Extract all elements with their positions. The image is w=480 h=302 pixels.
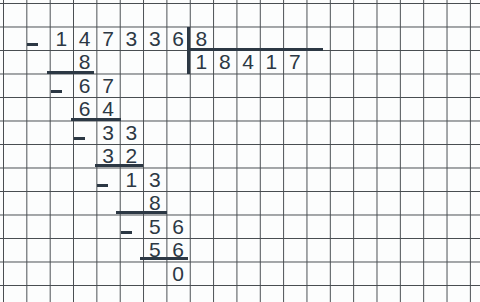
long-division-worksheet: 14733688184176764333213856560 (0, 0, 480, 302)
digit-cell: 1 (260, 50, 283, 74)
digit-cell: 4 (73, 27, 96, 51)
digit-cell: 1 (50, 27, 73, 51)
underline-step-1 (47, 71, 94, 74)
digit-cell: 3 (120, 27, 143, 51)
digit-cell: 0 (166, 262, 189, 286)
underline-step-2 (71, 118, 121, 121)
digit-cell: 1 (190, 50, 213, 74)
minus-sign (96, 168, 119, 192)
digit-cell: 3 (143, 27, 166, 51)
digit-cell: 5 (143, 215, 166, 239)
digit-cell: 4 (236, 50, 259, 74)
underline-step-3 (95, 164, 143, 167)
digit-cell: 7 (283, 50, 306, 74)
minus-dash-icon (51, 90, 62, 93)
digit-cell: 7 (96, 27, 119, 51)
digit-cell: 1 (120, 168, 143, 192)
digit-cell: 3 (143, 168, 166, 192)
digit-cell: 3 (120, 121, 143, 145)
underline-step-5 (140, 257, 188, 260)
digit-cell: 6 (166, 215, 189, 239)
minus-dash-icon (27, 43, 38, 46)
minus-sign (120, 215, 143, 239)
underline-step-4 (116, 211, 167, 214)
minus-sign (26, 27, 49, 51)
minus-dash-icon (74, 137, 85, 140)
minus-sign (73, 121, 96, 145)
division-bracket-horizontal (187, 48, 323, 51)
digit-cell: 6 (73, 74, 96, 98)
work-grid: 14733688184176764333213856560 (3, 3, 470, 285)
minus-dash-icon (97, 184, 108, 187)
digit-cell: 8 (213, 50, 236, 74)
digit-cell: 3 (96, 121, 119, 145)
minus-sign (50, 74, 73, 98)
digit-cell: 7 (96, 74, 119, 98)
minus-dash-icon (121, 231, 132, 234)
digit-cell: 8 (190, 27, 213, 51)
digit-cell: 8 (73, 50, 96, 74)
